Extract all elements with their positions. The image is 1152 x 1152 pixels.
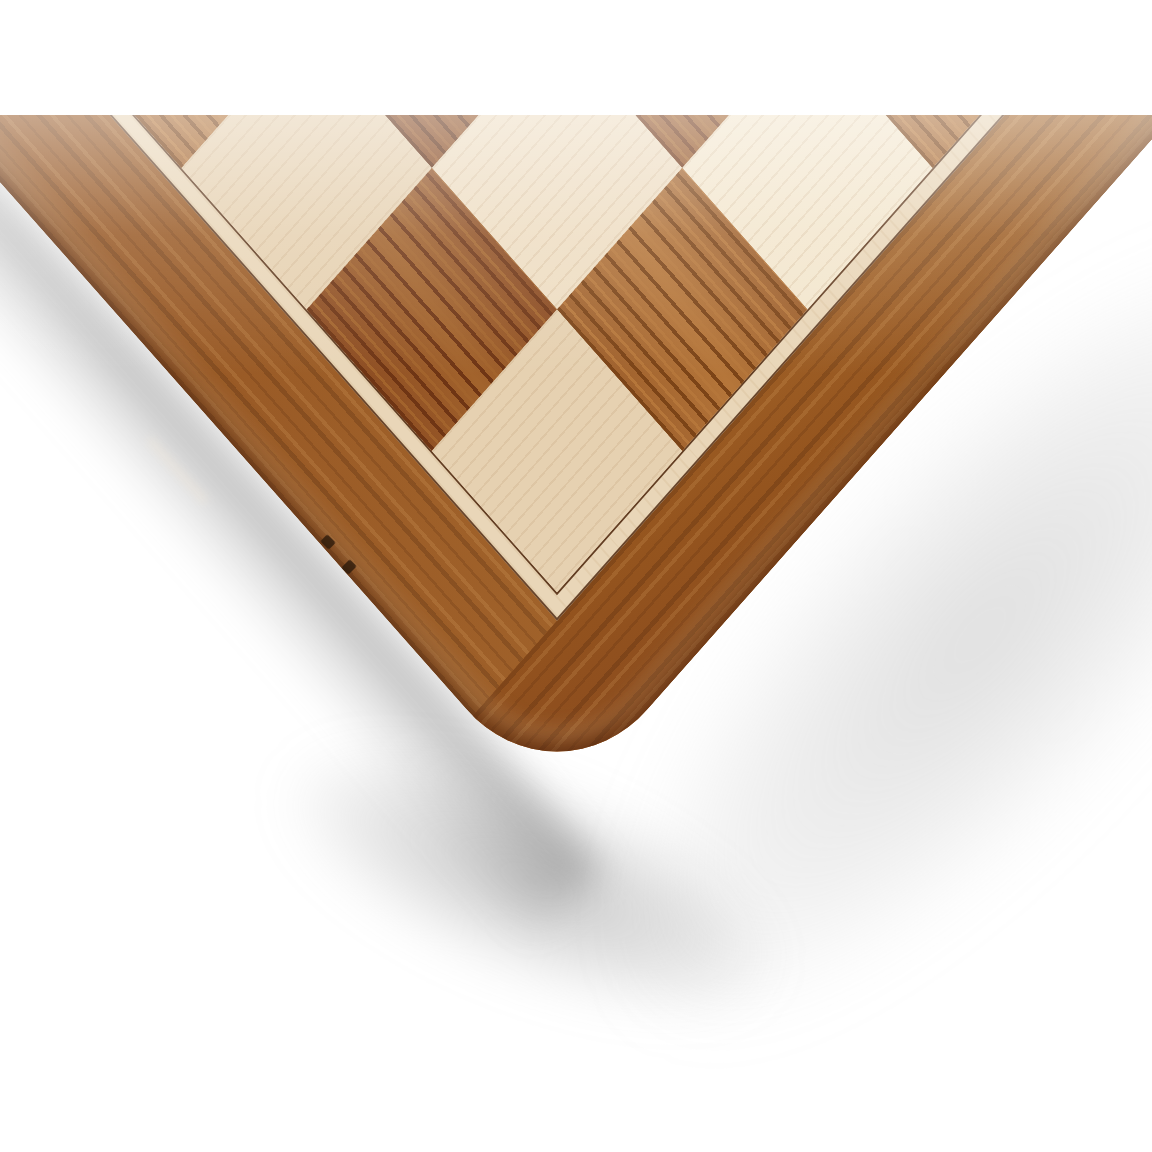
photo-area [0, 115, 1152, 1152]
photo-backdrop [0, 0, 1152, 1152]
border-scratch-highlight [146, 437, 208, 505]
